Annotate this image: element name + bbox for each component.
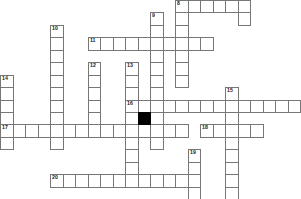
- grid-cell[interactable]: [150, 12, 164, 26]
- grid-cell[interactable]: [125, 37, 139, 51]
- grid-cell[interactable]: [100, 124, 114, 138]
- grid-cell[interactable]: [50, 137, 64, 150]
- grid-cell[interactable]: [125, 87, 139, 101]
- grid-cell[interactable]: [225, 149, 239, 163]
- grid-cell[interactable]: [175, 37, 189, 51]
- grid-cell[interactable]: [200, 37, 214, 51]
- grid-cell[interactable]: [288, 100, 301, 113]
- grid-cell[interactable]: [200, 100, 214, 113]
- grid-cell[interactable]: [0, 137, 14, 150]
- grid-cell[interactable]: [188, 149, 201, 163]
- grid-cell[interactable]: [175, 12, 189, 26]
- grid-cell[interactable]: [0, 87, 14, 101]
- grid-cell[interactable]: [150, 37, 164, 51]
- grid-cell[interactable]: [150, 174, 164, 188]
- grid-cell[interactable]: [100, 37, 114, 51]
- grid-cell[interactable]: [213, 100, 226, 113]
- grid-cell[interactable]: [238, 12, 251, 26]
- crossword-board: 891011121314151617181920: [0, 0, 300, 199]
- grid-cell[interactable]: [50, 62, 64, 76]
- grid-cell[interactable]: [225, 174, 239, 188]
- grid-cell[interactable]: [150, 62, 164, 76]
- grid-cell[interactable]: [125, 62, 139, 76]
- grid-cell[interactable]: [175, 100, 189, 113]
- grid-cell[interactable]: [138, 124, 151, 138]
- grid-cell[interactable]: [88, 87, 101, 101]
- grid-cell[interactable]: [138, 37, 151, 51]
- grid-cell[interactable]: [250, 100, 264, 113]
- grid-cell[interactable]: [175, 75, 189, 88]
- grid-cell[interactable]: [175, 124, 189, 138]
- grid-cell[interactable]: [250, 124, 264, 138]
- grid-cell[interactable]: [25, 124, 39, 138]
- grid-cell[interactable]: [175, 62, 189, 76]
- grid-cell[interactable]: [75, 174, 89, 188]
- grid-cell[interactable]: [275, 100, 289, 113]
- grid-cell[interactable]: [188, 174, 201, 188]
- grid-cell[interactable]: [150, 124, 164, 138]
- grid-cell[interactable]: [175, 174, 189, 188]
- grid-cell[interactable]: [113, 174, 126, 188]
- grid-cell[interactable]: [125, 149, 139, 163]
- grid-cell[interactable]: [38, 124, 51, 138]
- grid-cell[interactable]: [225, 187, 239, 199]
- grid-cell[interactable]: [163, 37, 176, 51]
- grid-cell[interactable]: [125, 124, 139, 138]
- grid-cell[interactable]: [188, 187, 201, 199]
- grid-cell[interactable]: [50, 37, 64, 51]
- grid-cell[interactable]: [150, 137, 164, 150]
- grid-cell[interactable]: [113, 124, 126, 138]
- grid-cell[interactable]: [0, 124, 14, 138]
- grid-cell[interactable]: [50, 174, 64, 188]
- grid-cell[interactable]: [225, 124, 239, 138]
- grid-cell[interactable]: [225, 0, 239, 13]
- grid-cell[interactable]: [50, 87, 64, 101]
- grid-cell[interactable]: [200, 124, 214, 138]
- grid-cell[interactable]: [50, 124, 64, 138]
- grid-cell[interactable]: [75, 124, 89, 138]
- grid-cell[interactable]: [213, 124, 226, 138]
- black-cell: [138, 112, 151, 125]
- grid-cell[interactable]: [125, 174, 139, 188]
- grid-cell[interactable]: [225, 87, 239, 101]
- grid-cell[interactable]: [200, 0, 214, 13]
- grid-cell[interactable]: [150, 87, 164, 101]
- grid-cell[interactable]: [88, 62, 101, 76]
- grid-cell[interactable]: [100, 174, 114, 188]
